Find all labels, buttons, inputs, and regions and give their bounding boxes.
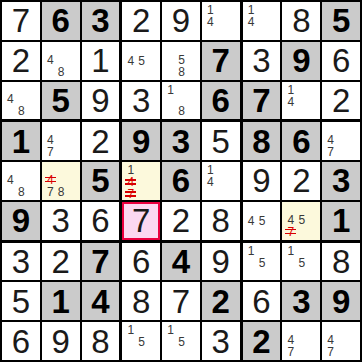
empty-candidate-slot xyxy=(347,134,358,146)
given-digit: 5 xyxy=(332,4,350,37)
struck-candidate-7: 7 xyxy=(125,188,136,200)
cell-r6c7[interactable]: 45 xyxy=(243,202,281,240)
empty-candidate-slot xyxy=(165,66,176,78)
pencil-marks: 47 xyxy=(322,122,360,160)
cell-r5c4[interactable]: 147 xyxy=(122,162,160,200)
candidate-5: 5 xyxy=(257,215,268,227)
candidate-8: 8 xyxy=(176,66,187,78)
cell-r8c9[interactable]: 9 xyxy=(322,282,360,320)
empty-candidate-slot xyxy=(136,67,147,78)
user-digit: 5 xyxy=(212,125,230,158)
cell-r3c5[interactable]: 18 xyxy=(162,82,200,120)
empty-candidate-slot xyxy=(147,176,158,188)
cell-r3c4[interactable]: 3 xyxy=(122,82,160,120)
pencil-marks: 147 xyxy=(122,162,160,200)
empty-candidate-slot xyxy=(285,108,296,118)
empty-candidate-slot xyxy=(216,176,227,188)
empty-candidate-slot xyxy=(67,146,78,158)
cell-r1c5[interactable]: 9 xyxy=(162,2,200,40)
empty-candidate-slot xyxy=(347,124,358,134)
candidate-1: 1 xyxy=(165,324,176,336)
candidate-8: 8 xyxy=(56,186,67,198)
given-digit: 9 xyxy=(12,204,30,237)
candidate-4: 4 xyxy=(45,54,56,66)
pencil-marks: 14 xyxy=(243,2,281,40)
cell-r5c6[interactable]: 14 xyxy=(202,162,240,200)
empty-candidate-slot xyxy=(268,257,279,269)
cell-r6c1[interactable]: 9 xyxy=(2,202,40,240)
given-digit: 7 xyxy=(252,84,270,117)
empty-candidate-slot xyxy=(187,66,198,78)
empty-candidate-slot xyxy=(176,84,187,96)
given-digit: 1 xyxy=(332,204,350,237)
empty-candidate-slot xyxy=(136,164,147,176)
empty-candidate-slot xyxy=(336,134,347,146)
empty-candidate-slot xyxy=(336,346,347,358)
cell-r7c4[interactable]: 6 xyxy=(122,243,160,281)
user-digit: 8 xyxy=(332,245,350,278)
candidate-7: 7 xyxy=(325,346,336,358)
user-digit: 9 xyxy=(252,164,270,197)
pencil-marks: 48 xyxy=(42,42,80,80)
cell-r7c6[interactable]: 9 xyxy=(202,243,240,281)
given-digit: 4 xyxy=(91,285,109,318)
cell-r9c8[interactable]: 47 xyxy=(282,322,320,360)
user-digit: 9 xyxy=(51,325,69,358)
empty-candidate-slot xyxy=(296,108,307,118)
box-9: 1515863924747 xyxy=(243,243,360,360)
cell-r6c2[interactable]: 3 xyxy=(42,202,80,240)
empty-candidate-slot xyxy=(216,16,227,28)
cell-r9c4[interactable]: 15 xyxy=(122,322,160,360)
pencil-marks: 58 xyxy=(162,42,200,80)
pencil-marks: 48 xyxy=(2,82,40,120)
cell-r2c1[interactable]: 2 xyxy=(2,42,40,80)
user-digit: 8 xyxy=(292,4,310,37)
pencil-marks: 478 xyxy=(42,162,80,200)
candidate-5: 5 xyxy=(176,336,187,348)
cell-r9c6[interactable]: 3 xyxy=(202,322,240,360)
cell-r7c1[interactable]: 3 xyxy=(2,243,40,281)
empty-candidate-slot xyxy=(136,176,147,188)
user-digit: 2 xyxy=(332,84,350,117)
given-digit: 4 xyxy=(172,245,190,278)
empty-candidate-slot xyxy=(56,44,67,54)
user-digit: 8 xyxy=(212,204,230,237)
cell-r8c5[interactable]: 7 xyxy=(162,282,200,320)
user-digit: 6 xyxy=(132,245,150,278)
empty-candidate-slot xyxy=(147,164,158,176)
empty-candidate-slot xyxy=(67,134,78,146)
cell-r3c3[interactable]: 9 xyxy=(82,82,120,120)
given-digit: 9 xyxy=(332,285,350,318)
empty-candidate-slot xyxy=(147,336,158,348)
user-digit: 2 xyxy=(172,204,190,237)
cell-r9c1[interactable]: 6 xyxy=(2,322,40,360)
user-digit: 2 xyxy=(132,4,150,37)
cell-r2c7[interactable]: 3 xyxy=(243,42,281,80)
empty-candidate-slot xyxy=(296,96,307,108)
empty-candidate-slot xyxy=(336,324,347,334)
cell-r1c7[interactable]: 14 xyxy=(243,2,281,40)
cell-r2c8[interactable]: 9 xyxy=(282,42,320,80)
empty-candidate-slot xyxy=(268,28,279,38)
empty-candidate-slot xyxy=(165,348,176,358)
empty-candidate-slot xyxy=(296,269,307,279)
empty-candidate-slot xyxy=(45,66,56,78)
empty-candidate-slot xyxy=(268,215,279,227)
empty-candidate-slot xyxy=(296,334,307,346)
empty-candidate-slot xyxy=(347,346,358,358)
cell-r1c1[interactable]: 7 xyxy=(2,2,40,40)
empty-candidate-slot xyxy=(227,4,238,16)
given-digit: 3 xyxy=(292,285,310,318)
empty-candidate-slot xyxy=(347,146,358,158)
empty-candidate-slot xyxy=(216,188,227,198)
empty-candidate-slot xyxy=(296,324,307,334)
cell-r5c7[interactable]: 9 xyxy=(243,162,281,200)
cell-r8c3[interactable]: 4 xyxy=(82,282,120,320)
user-digit: 6 xyxy=(332,44,350,77)
cell-r8c2[interactable]: 1 xyxy=(42,282,80,320)
user-digit: 2 xyxy=(292,164,310,197)
empty-candidate-slot xyxy=(307,346,318,358)
user-digit: 3 xyxy=(132,84,150,117)
empty-candidate-slot xyxy=(227,188,238,198)
given-digit: 1 xyxy=(12,125,30,158)
cell-r2c6[interactable]: 7 xyxy=(202,42,240,80)
candidate-1: 1 xyxy=(246,245,257,257)
cell-r1c4[interactable]: 2 xyxy=(122,2,160,40)
struck-candidate-7: 7 xyxy=(285,226,296,238)
box-3: 14853967142 xyxy=(243,2,360,119)
user-digit: 7 xyxy=(12,4,30,37)
pencil-marks: 45 xyxy=(243,202,281,240)
cell-r9c5[interactable]: 15 xyxy=(162,322,200,360)
user-digit: 6 xyxy=(12,325,30,358)
empty-candidate-slot xyxy=(125,67,136,78)
empty-candidate-slot xyxy=(67,66,78,78)
cell-r1c8[interactable]: 8 xyxy=(282,2,320,40)
empty-candidate-slot xyxy=(187,44,198,54)
cell-r7c9[interactable]: 8 xyxy=(322,243,360,281)
empty-candidate-slot xyxy=(5,105,16,117)
given-digit: 9 xyxy=(132,125,150,158)
empty-candidate-slot xyxy=(296,226,307,238)
cell-r6c5[interactable]: 2 xyxy=(162,202,200,240)
given-digit: 6 xyxy=(172,164,190,197)
user-digit: 8 xyxy=(132,285,150,318)
user-digit: 5 xyxy=(12,285,30,318)
empty-candidate-slot xyxy=(67,44,78,54)
candidate-7: 7 xyxy=(45,186,56,198)
empty-candidate-slot xyxy=(268,204,279,215)
empty-candidate-slot xyxy=(246,269,257,279)
pencil-marks: 15 xyxy=(282,243,320,281)
candidate-1: 1 xyxy=(165,84,176,96)
empty-candidate-slot xyxy=(257,16,268,28)
sudoku-board: 7632481485929144558731861485396714214724… xyxy=(0,0,362,362)
empty-candidate-slot xyxy=(296,346,307,358)
given-digit: 7 xyxy=(212,44,230,77)
pencil-marks: 45 xyxy=(122,42,160,80)
candidate-4: 4 xyxy=(285,96,296,108)
empty-candidate-slot xyxy=(307,214,318,226)
cell-r1c6[interactable]: 14 xyxy=(202,2,240,40)
empty-candidate-slot xyxy=(296,245,307,257)
empty-candidate-slot xyxy=(165,105,176,117)
empty-candidate-slot xyxy=(136,188,147,200)
box-5: 935147614728 xyxy=(122,122,239,239)
cell-r6c3[interactable]: 6 xyxy=(82,202,120,240)
given-digit: 7 xyxy=(91,245,109,278)
given-digit: 6 xyxy=(51,4,69,37)
cell-r9c2[interactable]: 9 xyxy=(42,322,80,360)
cell-r3c7[interactable]: 7 xyxy=(243,82,281,120)
given-digit: 1 xyxy=(51,285,69,318)
empty-candidate-slot xyxy=(307,108,318,118)
cell-r4c1[interactable]: 1 xyxy=(2,122,40,160)
empty-candidate-slot xyxy=(227,164,238,176)
empty-candidate-slot xyxy=(268,4,279,16)
pencil-marks: 47 xyxy=(42,122,80,160)
cell-r9c3[interactable]: 8 xyxy=(82,322,120,360)
empty-candidate-slot xyxy=(187,336,198,348)
box-1: 76324814859 xyxy=(2,2,119,119)
cell-r3c9[interactable]: 2 xyxy=(322,82,360,120)
empty-candidate-slot xyxy=(125,348,136,358)
pencil-marks: 15 xyxy=(243,243,281,281)
cell-r7c5[interactable]: 4 xyxy=(162,243,200,281)
candidate-5: 5 xyxy=(176,54,187,66)
empty-candidate-slot xyxy=(307,84,318,96)
empty-candidate-slot xyxy=(268,245,279,257)
empty-candidate-slot xyxy=(336,146,347,158)
empty-candidate-slot xyxy=(187,96,198,106)
given-digit: 6 xyxy=(212,84,230,117)
given-digit: 8 xyxy=(252,125,270,158)
cell-r7c7[interactable]: 15 xyxy=(243,243,281,281)
cell-r3c1[interactable]: 48 xyxy=(2,82,40,120)
user-digit: 7 xyxy=(172,285,190,318)
pencil-marks: 15 xyxy=(122,322,160,360)
empty-candidate-slot xyxy=(27,105,38,117)
box-6: 8647923454571 xyxy=(243,122,360,239)
cell-r4c8[interactable]: 6 xyxy=(282,122,320,160)
empty-candidate-slot xyxy=(16,84,27,94)
empty-candidate-slot xyxy=(27,186,38,198)
cell-r6c9[interactable]: 1 xyxy=(322,202,360,240)
empty-candidate-slot xyxy=(16,164,27,174)
cell-r4c3[interactable]: 2 xyxy=(82,122,120,160)
given-digit: 3 xyxy=(91,4,109,37)
empty-candidate-slot xyxy=(268,227,279,238)
pencil-marks: 48 xyxy=(2,162,40,200)
empty-candidate-slot xyxy=(307,96,318,108)
empty-candidate-slot xyxy=(307,204,318,214)
user-digit: 2 xyxy=(91,125,109,158)
empty-candidate-slot xyxy=(147,188,158,200)
cell-r8c4[interactable]: 8 xyxy=(122,282,160,320)
empty-candidate-slot xyxy=(307,226,318,238)
cell-r5c8[interactable]: 2 xyxy=(282,162,320,200)
empty-candidate-slot xyxy=(246,28,257,38)
empty-candidate-slot xyxy=(268,269,279,279)
cell-r2c3[interactable]: 1 xyxy=(82,42,120,80)
box-8: 64987215153 xyxy=(122,243,239,360)
cell-r1c2[interactable]: 6 xyxy=(42,2,80,40)
given-digit: 2 xyxy=(212,285,230,318)
box-7: 327514698 xyxy=(2,243,119,360)
given-digit: 3 xyxy=(172,125,190,158)
empty-candidate-slot xyxy=(27,174,38,186)
cell-r8c6[interactable]: 2 xyxy=(202,282,240,320)
cell-r8c8[interactable]: 3 xyxy=(282,282,320,320)
candidate-4: 4 xyxy=(205,16,216,28)
given-digit: 2 xyxy=(252,325,270,358)
candidate-5: 5 xyxy=(136,336,147,348)
cell-r2c2[interactable]: 48 xyxy=(42,42,80,80)
cell-r5c9[interactable]: 3 xyxy=(322,162,360,200)
cell-r9c7[interactable]: 2 xyxy=(243,322,281,360)
cell-r4c5[interactable]: 3 xyxy=(162,122,200,160)
cell-r6c6[interactable]: 8 xyxy=(202,202,240,240)
cell-r6c8[interactable]: 457 xyxy=(282,202,320,240)
candidate-4: 4 xyxy=(285,214,296,226)
cell-r3c8[interactable]: 14 xyxy=(282,82,320,120)
cell-r8c1[interactable]: 5 xyxy=(2,282,40,320)
cell-r5c2[interactable]: 478 xyxy=(42,162,80,200)
empty-candidate-slot xyxy=(67,124,78,134)
cell-r8c7[interactable]: 6 xyxy=(243,282,281,320)
empty-candidate-slot xyxy=(67,174,78,186)
empty-candidate-slot xyxy=(307,269,318,279)
empty-candidate-slot xyxy=(257,28,268,38)
empty-candidate-slot xyxy=(56,134,67,146)
empty-candidate-slot xyxy=(165,96,176,106)
candidate-5: 5 xyxy=(296,214,307,226)
empty-candidate-slot xyxy=(246,227,257,238)
empty-candidate-slot xyxy=(147,44,158,55)
empty-candidate-slot xyxy=(227,176,238,188)
user-digit: 9 xyxy=(91,84,109,117)
empty-candidate-slot xyxy=(67,54,78,66)
empty-candidate-slot xyxy=(187,348,198,358)
candidate-8: 8 xyxy=(56,66,67,78)
empty-candidate-slot xyxy=(27,93,38,105)
cell-r5c1[interactable]: 48 xyxy=(2,162,40,200)
empty-candidate-slot xyxy=(285,269,296,279)
given-digit: 6 xyxy=(292,125,310,158)
empty-candidate-slot xyxy=(336,334,347,346)
empty-candidate-slot xyxy=(147,67,158,78)
given-digit: 5 xyxy=(91,164,109,197)
candidate-4: 4 xyxy=(5,93,16,105)
pencil-marks: 18 xyxy=(162,82,200,120)
user-digit: 8 xyxy=(91,325,109,358)
empty-candidate-slot xyxy=(165,44,176,54)
empty-candidate-slot xyxy=(336,124,347,134)
cell-r2c5[interactable]: 58 xyxy=(162,42,200,80)
cell-r3c6[interactable]: 6 xyxy=(202,82,240,120)
user-digit: 3 xyxy=(252,44,270,77)
pencil-marks: 15 xyxy=(162,322,200,360)
empty-candidate-slot xyxy=(307,257,318,269)
cell-r3c2[interactable]: 5 xyxy=(42,82,80,120)
candidate-5: 5 xyxy=(257,257,268,269)
empty-candidate-slot xyxy=(307,334,318,346)
empty-candidate-slot xyxy=(257,4,268,16)
given-digit: 9 xyxy=(292,44,310,77)
box-4: 1472484785936 xyxy=(2,122,119,239)
cell-r4c7[interactable]: 8 xyxy=(243,122,281,160)
user-digit: 3 xyxy=(12,245,30,278)
cell-r2c9[interactable]: 6 xyxy=(322,42,360,80)
pencil-marks: 14 xyxy=(202,162,240,200)
cell-r5c5[interactable]: 6 xyxy=(162,162,200,200)
cell-r1c9[interactable]: 5 xyxy=(322,2,360,40)
empty-candidate-slot xyxy=(216,28,227,38)
empty-candidate-slot xyxy=(227,28,238,38)
empty-candidate-slot xyxy=(285,257,296,269)
candidate-4: 4 xyxy=(246,16,257,28)
cell-r7c2[interactable]: 2 xyxy=(42,243,80,281)
cell-r4c9[interactable]: 47 xyxy=(322,122,360,160)
empty-candidate-slot xyxy=(56,124,67,134)
cell-r4c4[interactable]: 9 xyxy=(122,122,160,160)
cell-r7c3[interactable]: 7 xyxy=(82,243,120,281)
user-digit: 3 xyxy=(212,325,230,358)
empty-candidate-slot xyxy=(176,348,187,358)
empty-candidate-slot xyxy=(165,336,176,348)
candidate-1: 1 xyxy=(125,324,136,336)
cell-r2c4[interactable]: 45 xyxy=(122,42,160,80)
cell-r4c2[interactable]: 47 xyxy=(42,122,80,160)
pencil-marks: 14 xyxy=(282,82,320,120)
empty-candidate-slot xyxy=(125,336,136,348)
empty-candidate-slot xyxy=(187,54,198,66)
cell-r6c4[interactable]: 7 xyxy=(122,202,160,240)
empty-candidate-slot xyxy=(27,164,38,174)
cell-r5c3[interactable]: 5 xyxy=(82,162,120,200)
empty-candidate-slot xyxy=(257,245,268,257)
user-digit: 1 xyxy=(91,44,109,77)
cell-r9c9[interactable]: 47 xyxy=(322,322,360,360)
candidate-5: 5 xyxy=(136,55,147,67)
empty-candidate-slot xyxy=(257,269,268,279)
candidate-4: 4 xyxy=(125,55,136,67)
cell-r1c3[interactable]: 3 xyxy=(82,2,120,40)
user-digit: 6 xyxy=(91,204,109,237)
empty-candidate-slot xyxy=(27,84,38,94)
candidate-7: 7 xyxy=(45,146,56,158)
user-digit: 2 xyxy=(51,245,69,278)
empty-candidate-slot xyxy=(56,164,67,174)
empty-candidate-slot xyxy=(205,28,216,38)
user-digit: 3 xyxy=(51,204,69,237)
user-digit: 7 xyxy=(132,204,150,237)
cell-r7c8[interactable]: 15 xyxy=(282,243,320,281)
empty-candidate-slot xyxy=(205,188,216,198)
user-digit: 9 xyxy=(212,245,230,278)
empty-candidate-slot xyxy=(187,84,198,96)
pencil-marks: 47 xyxy=(322,322,360,360)
candidate-8: 8 xyxy=(176,105,187,117)
candidate-7: 7 xyxy=(285,346,296,358)
candidate-8: 8 xyxy=(16,105,27,117)
cell-r4c6[interactable]: 5 xyxy=(202,122,240,160)
empty-candidate-slot xyxy=(268,16,279,28)
